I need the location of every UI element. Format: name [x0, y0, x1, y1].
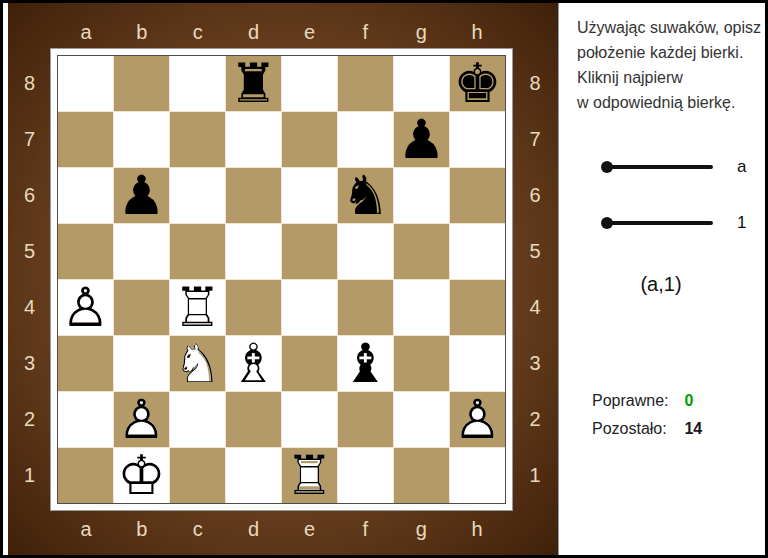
file-slider-row: a [603, 161, 753, 173]
coord-label-h: h [449, 17, 505, 47]
app-window: abcdefgh abcdefgh 87654321 87654321 ♜♚♟♟… [0, 0, 768, 558]
rank-labels-left: 87654321 [8, 56, 51, 503]
square-h4 [450, 280, 505, 335]
square-g7: ♟ [394, 112, 449, 167]
square-d4 [226, 280, 281, 335]
square-a5 [58, 224, 113, 279]
coord-label-a: a [58, 512, 114, 546]
coord-label-g: g [393, 17, 449, 47]
coord-label-7: 7 [8, 112, 51, 168]
correct-counter-label: Poprawne: [592, 392, 680, 410]
chessboard-frame: abcdefgh abcdefgh 87654321 87654321 ♜♚♟♟… [8, 3, 558, 555]
square-c7 [170, 112, 225, 167]
square-g2 [394, 392, 449, 447]
square-g8 [394, 56, 449, 111]
square-e8 [282, 56, 337, 111]
white-pawn-h2[interactable]: ♟♙ [450, 392, 505, 447]
correct-counter-value: 0 [684, 392, 693, 409]
square-f2 [338, 392, 393, 447]
square-b2: ♟♙ [114, 392, 169, 447]
square-f5 [338, 224, 393, 279]
white-rook-e1[interactable]: ♜♖ [282, 448, 337, 503]
square-d1 [226, 448, 281, 503]
square-c8 [170, 56, 225, 111]
instruction-line: położenie każdej bierki. [577, 40, 765, 65]
instruction-line: Kliknij najpierw [577, 65, 765, 90]
square-h3 [450, 336, 505, 391]
square-a4: ♟♙ [58, 280, 113, 335]
coord-label-f: f [337, 512, 393, 546]
file-labels-top: abcdefgh [58, 17, 505, 47]
square-b4 [114, 280, 169, 335]
coord-label-4: 4 [8, 280, 51, 336]
square-d3: ♝♗ [226, 336, 281, 391]
remaining-counter-value: 14 [684, 420, 702, 437]
square-d8: ♜ [226, 56, 281, 111]
coordinate-caption: (a,1) [603, 273, 719, 296]
coord-label-a: a [58, 17, 114, 47]
coord-label-5: 5 [8, 224, 51, 280]
black-pawn-b6[interactable]: ♟ [114, 168, 169, 223]
black-bishop-f3[interactable]: ♝ [338, 336, 393, 391]
square-c3: ♞♘ [170, 336, 225, 391]
board-border: ♜♚♟♟♞♟♙♜♖♞♘♝♗♝♟♙♟♙♚♔♜♖ [51, 49, 512, 510]
coord-label-g: g [393, 512, 449, 546]
coord-label-h: h [449, 512, 505, 546]
coord-label-e: e [282, 512, 338, 546]
rank-slider-knob[interactable] [601, 217, 613, 229]
chessboard: ♜♚♟♟♞♟♙♜♖♞♘♝♗♝♟♙♟♙♚♔♜♖ [57, 55, 506, 504]
square-c6 [170, 168, 225, 223]
coordinate-sliders: a 1 (a,1) [603, 161, 753, 296]
instructions-text: Używając suwaków, opisz położenie każdej… [559, 3, 765, 115]
square-h7 [450, 112, 505, 167]
correct-counter: Poprawne: 0 [592, 392, 765, 410]
square-f3: ♝ [338, 336, 393, 391]
square-g6 [394, 168, 449, 223]
square-f7 [338, 112, 393, 167]
square-d6 [226, 168, 281, 223]
square-g1 [394, 448, 449, 503]
square-h1 [450, 448, 505, 503]
coord-label-8: 8 [512, 56, 558, 112]
square-a8 [58, 56, 113, 111]
score-counters: Poprawne: 0 Pozostało: 14 [592, 392, 765, 438]
black-pawn-g7[interactable]: ♟ [394, 112, 449, 167]
square-e6 [282, 168, 337, 223]
instruction-line: Używając suwaków, opisz [577, 15, 765, 40]
square-b1: ♚♔ [114, 448, 169, 503]
coord-label-3: 3 [512, 335, 558, 391]
coord-label-6: 6 [8, 168, 51, 224]
file-slider-knob[interactable] [601, 161, 613, 173]
square-e4 [282, 280, 337, 335]
file-slider-label: a [737, 157, 746, 177]
square-c5 [170, 224, 225, 279]
square-g5 [394, 224, 449, 279]
black-knight-f6[interactable]: ♞ [338, 168, 393, 223]
square-h6 [450, 168, 505, 223]
square-b8 [114, 56, 169, 111]
coord-label-b: b [114, 512, 170, 546]
square-b5 [114, 224, 169, 279]
coord-label-3: 3 [8, 335, 51, 391]
square-g3 [394, 336, 449, 391]
remaining-counter: Pozostało: 14 [592, 420, 765, 438]
square-f1 [338, 448, 393, 503]
coord-label-2: 2 [512, 391, 558, 447]
square-e7 [282, 112, 337, 167]
square-a1 [58, 448, 113, 503]
coord-label-d: d [226, 17, 282, 47]
instructions-panel: Używając suwaków, opisz położenie każdej… [558, 3, 765, 555]
square-h5 [450, 224, 505, 279]
coord-label-b: b [114, 17, 170, 47]
rank-labels-right: 87654321 [512, 56, 558, 503]
square-d2 [226, 392, 281, 447]
coord-label-6: 6 [512, 168, 558, 224]
rank-slider-label: 1 [737, 213, 746, 233]
coord-label-5: 5 [512, 224, 558, 280]
file-slider-track[interactable] [603, 165, 713, 169]
square-a6 [58, 168, 113, 223]
square-f4 [338, 280, 393, 335]
white-pawn-a4[interactable]: ♟♙ [58, 280, 113, 335]
white-pawn-b2[interactable]: ♟♙ [114, 392, 169, 447]
white-rook-c4[interactable]: ♜♖ [170, 280, 225, 335]
black-rook-d8[interactable]: ♜ [226, 56, 281, 111]
square-e1: ♜♖ [282, 448, 337, 503]
square-a7 [58, 112, 113, 167]
square-e2 [282, 392, 337, 447]
coord-label-2: 2 [8, 391, 51, 447]
remaining-counter-label: Pozostało: [592, 420, 680, 438]
coord-label-c: c [170, 512, 226, 546]
coord-label-1: 1 [8, 447, 51, 503]
square-c1 [170, 448, 225, 503]
square-a3 [58, 336, 113, 391]
square-f8 [338, 56, 393, 111]
coord-label-d: d [226, 512, 282, 546]
square-d5 [226, 224, 281, 279]
square-a2 [58, 392, 113, 447]
white-bishop-d3[interactable]: ♝♗ [226, 336, 281, 391]
square-g4 [394, 280, 449, 335]
square-e5 [282, 224, 337, 279]
square-c2 [170, 392, 225, 447]
coord-label-c: c [170, 17, 226, 47]
square-e3 [282, 336, 337, 391]
rank-slider-row: 1 [603, 217, 753, 229]
instruction-line: w odpowiednią bierkę. [577, 90, 765, 115]
coord-label-e: e [282, 17, 338, 47]
square-b7 [114, 112, 169, 167]
coord-label-4: 4 [512, 280, 558, 336]
white-king-b1[interactable]: ♚♔ [114, 448, 169, 503]
square-d7 [226, 112, 281, 167]
coord-label-f: f [337, 17, 393, 47]
coord-label-1: 1 [512, 447, 558, 503]
coord-label-7: 7 [512, 112, 558, 168]
square-b3 [114, 336, 169, 391]
black-king-h8[interactable]: ♚ [450, 56, 505, 111]
white-knight-c3[interactable]: ♞♘ [170, 336, 225, 391]
square-b6: ♟ [114, 168, 169, 223]
file-labels-bottom: abcdefgh [58, 512, 505, 546]
square-c4: ♜♖ [170, 280, 225, 335]
rank-slider-track[interactable] [603, 221, 713, 225]
square-h8: ♚ [450, 56, 505, 111]
square-h2: ♟♙ [450, 392, 505, 447]
coord-label-8: 8 [8, 56, 51, 112]
square-f6: ♞ [338, 168, 393, 223]
